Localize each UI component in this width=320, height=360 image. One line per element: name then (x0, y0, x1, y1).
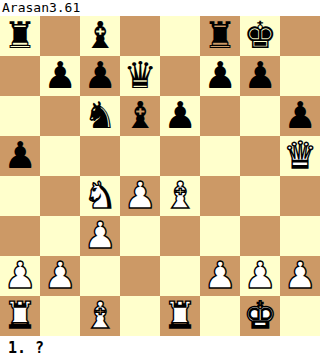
square-h3[interactable] (280, 216, 320, 256)
square-d7[interactable]: ♛ (120, 56, 160, 96)
square-a3[interactable] (0, 216, 40, 256)
square-g4[interactable] (240, 176, 280, 216)
square-d5[interactable] (120, 136, 160, 176)
piece-black-pawn: ♟ (283, 96, 316, 136)
square-h8[interactable] (280, 16, 320, 56)
square-d3[interactable] (120, 216, 160, 256)
square-h7[interactable] (280, 56, 320, 96)
piece-black-knight: ♞ (83, 96, 116, 136)
square-e7[interactable] (160, 56, 200, 96)
square-b1[interactable] (40, 296, 80, 336)
square-b7[interactable]: ♟ (40, 56, 80, 96)
square-e2[interactable] (160, 256, 200, 296)
square-e6[interactable]: ♟ (160, 96, 200, 136)
square-g5[interactable] (240, 136, 280, 176)
piece-black-pawn: ♟ (163, 96, 196, 136)
square-h2[interactable]: ♟ (280, 256, 320, 296)
square-g2[interactable]: ♟ (240, 256, 280, 296)
square-g8[interactable]: ♚ (240, 16, 280, 56)
square-f1[interactable] (200, 296, 240, 336)
piece-black-pawn: ♟ (83, 56, 116, 96)
square-b3[interactable] (40, 216, 80, 256)
square-f3[interactable] (200, 216, 240, 256)
square-f5[interactable] (200, 136, 240, 176)
square-h5[interactable]: ♛ (280, 136, 320, 176)
app-title: Arasan3.61 (0, 0, 320, 16)
piece-white-king: ♚ (243, 296, 276, 336)
square-f7[interactable]: ♟ (200, 56, 240, 96)
square-g3[interactable] (240, 216, 280, 256)
square-b8[interactable] (40, 16, 80, 56)
piece-black-bishop: ♝ (123, 96, 156, 136)
piece-white-pawn: ♟ (123, 176, 156, 216)
piece-black-king: ♚ (243, 16, 276, 56)
square-a8[interactable]: ♜ (0, 16, 40, 56)
square-a1[interactable]: ♜ (0, 296, 40, 336)
square-c6[interactable]: ♞ (80, 96, 120, 136)
square-c8[interactable]: ♝ (80, 16, 120, 56)
square-e5[interactable] (160, 136, 200, 176)
square-d4[interactable]: ♟ (120, 176, 160, 216)
square-c4[interactable]: ♞ (80, 176, 120, 216)
piece-white-pawn: ♟ (43, 256, 76, 296)
square-c2[interactable] (80, 256, 120, 296)
piece-white-knight: ♞ (83, 176, 116, 216)
square-c5[interactable] (80, 136, 120, 176)
square-d8[interactable] (120, 16, 160, 56)
square-b2[interactable]: ♟ (40, 256, 80, 296)
piece-white-rook: ♜ (3, 296, 36, 336)
move-caption: 1. ? (0, 336, 320, 360)
square-e8[interactable] (160, 16, 200, 56)
piece-black-pawn: ♟ (43, 56, 76, 96)
square-e1[interactable]: ♜ (160, 296, 200, 336)
piece-black-queen: ♛ (123, 56, 156, 96)
square-a6[interactable] (0, 96, 40, 136)
piece-white-pawn: ♟ (83, 216, 116, 256)
square-b5[interactable] (40, 136, 80, 176)
square-d6[interactable]: ♝ (120, 96, 160, 136)
square-b6[interactable] (40, 96, 80, 136)
piece-black-pawn: ♟ (203, 56, 236, 96)
square-c7[interactable]: ♟ (80, 56, 120, 96)
square-g6[interactable] (240, 96, 280, 136)
square-h1[interactable] (280, 296, 320, 336)
square-d2[interactable] (120, 256, 160, 296)
square-a7[interactable] (0, 56, 40, 96)
piece-black-pawn: ♟ (243, 56, 276, 96)
square-b4[interactable] (40, 176, 80, 216)
square-g1[interactable]: ♚ (240, 296, 280, 336)
piece-black-pawn: ♟ (3, 136, 36, 176)
square-h4[interactable] (280, 176, 320, 216)
square-d1[interactable] (120, 296, 160, 336)
piece-white-pawn: ♟ (203, 256, 236, 296)
square-e3[interactable] (160, 216, 200, 256)
piece-black-rook: ♜ (203, 16, 236, 56)
square-f6[interactable] (200, 96, 240, 136)
piece-black-bishop: ♝ (83, 16, 116, 56)
piece-white-pawn: ♟ (3, 256, 36, 296)
square-g7[interactable]: ♟ (240, 56, 280, 96)
square-a5[interactable]: ♟ (0, 136, 40, 176)
square-c3[interactable]: ♟ (80, 216, 120, 256)
square-f2[interactable]: ♟ (200, 256, 240, 296)
piece-white-bishop: ♝ (83, 296, 116, 336)
piece-white-bishop: ♝ (163, 176, 196, 216)
square-e4[interactable]: ♝ (160, 176, 200, 216)
chess-board: ♜♝♜♚♟♟♛♟♟♞♝♟♟♟♛♞♟♝♟♟♟♟♟♟♜♝♜♚ (0, 16, 320, 336)
piece-black-rook: ♜ (3, 16, 36, 56)
square-f4[interactable] (200, 176, 240, 216)
piece-white-rook: ♜ (163, 296, 196, 336)
square-a4[interactable] (0, 176, 40, 216)
square-f8[interactable]: ♜ (200, 16, 240, 56)
piece-white-pawn: ♟ (243, 256, 276, 296)
square-c1[interactable]: ♝ (80, 296, 120, 336)
piece-white-queen: ♛ (283, 136, 316, 176)
piece-white-pawn: ♟ (283, 256, 316, 296)
square-a2[interactable]: ♟ (0, 256, 40, 296)
square-h6[interactable]: ♟ (280, 96, 320, 136)
